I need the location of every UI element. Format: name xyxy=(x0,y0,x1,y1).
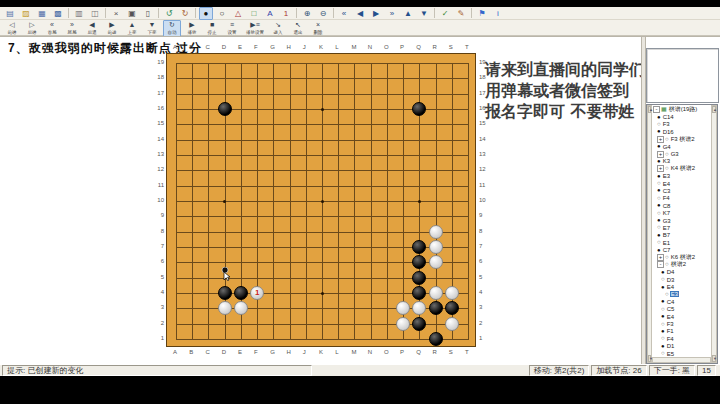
board-client-area: 7、敌强我弱的时候露出断点 过分 1AABBCCDDEEFFGGHHJJKKLL… xyxy=(0,36,720,364)
coord-number-right: 10 xyxy=(479,197,486,204)
open-file-icon[interactable]: ▨ xyxy=(19,7,33,20)
move-label: C5 xyxy=(666,306,676,312)
coord-number-right: 2 xyxy=(479,320,482,327)
black-move-icon: ● xyxy=(661,328,665,335)
move-label: D1 xyxy=(666,343,676,349)
white-stone-S2[interactable] xyxy=(445,317,459,331)
coord-letter-top: Q xyxy=(416,44,421,51)
black-move-icon: ● xyxy=(657,202,661,209)
coord-letter-bottom: D xyxy=(222,349,226,356)
move-label: G3 xyxy=(662,218,672,224)
black-move-icon: ● xyxy=(657,217,661,224)
app-screen: ▤▨▦▩▥◫×▣▯↺↻●○△□A1⊕⊖«◀▶»▲▼✓✎⚑i ◁前谱▷后谱«首局»… xyxy=(0,0,720,404)
star-point xyxy=(418,200,421,203)
black-move-icon: ● xyxy=(657,232,661,239)
next-game-button[interactable]: ▷后谱 xyxy=(23,20,41,37)
check-icon[interactable]: ✓ xyxy=(438,7,452,20)
black-move-icon: ● xyxy=(661,269,665,276)
move-tree-node[interactable]: ●C14 xyxy=(653,113,710,120)
toolbar-separator xyxy=(105,8,106,18)
white-stone-P3[interactable] xyxy=(396,301,410,315)
coord-letter-bottom: S xyxy=(449,349,453,356)
coord-letter-top: G xyxy=(270,44,275,51)
move-label: F4 xyxy=(662,195,671,201)
white-move-icon: ○ xyxy=(665,136,669,143)
coord-letter-top: D xyxy=(222,44,226,51)
white-stone-tool-icon[interactable]: ○ xyxy=(215,7,229,20)
next-game-button-icon: ▷ xyxy=(29,21,34,29)
move-tree-node-selected[interactable]: ○E3 xyxy=(653,291,710,298)
edit-icon[interactable]: ✎ xyxy=(454,7,468,20)
go-software-window: ▤▨▦▩▥◫×▣▯↺↻●○△□A1⊕⊖«◀▶»▲▼✓✎⚑i ◁前谱▷后谱«首局»… xyxy=(0,7,720,376)
coord-number-right: 6 xyxy=(479,258,482,265)
toolbar-separator xyxy=(158,8,159,18)
coord-number-right: 12 xyxy=(479,166,486,173)
black-move-icon: ● xyxy=(657,158,661,165)
move-tree-node[interactable]: ●D4 xyxy=(653,269,710,276)
coord-letter-bottom: T xyxy=(465,349,469,356)
play-button-label: 播放 xyxy=(188,29,197,34)
move-tree-node[interactable]: ●B7 xyxy=(653,232,710,239)
move-tree-node[interactable]: ○D3 xyxy=(653,276,710,283)
undo-icon[interactable]: ↺ xyxy=(162,7,176,20)
coord-number-left: 11 xyxy=(152,182,164,189)
black-move-icon: ● xyxy=(657,173,661,180)
coord-letter-bottom: B xyxy=(189,349,193,356)
step-forward-button-label: 前进 xyxy=(108,29,117,34)
step-back-button[interactable]: ◀后退 xyxy=(83,20,101,37)
move-label: 棋谱(19路) xyxy=(668,106,699,114)
black-stone-R1[interactable] xyxy=(429,332,443,346)
move-label: D4 xyxy=(666,269,676,275)
last-button-icon: » xyxy=(70,21,74,29)
move-tree-node[interactable]: ○F4 xyxy=(653,195,710,202)
move-tree-node[interactable]: -▦棋谱(19路) xyxy=(653,106,710,113)
coord-number-right: 11 xyxy=(479,182,485,189)
scroll-down-icon[interactable]: ▼ xyxy=(648,355,651,362)
black-stone-S3[interactable] xyxy=(445,301,459,315)
last-button[interactable]: »尾局 xyxy=(63,20,81,37)
coord-letter-bottom: M xyxy=(351,349,356,356)
coord-letter-bottom: K xyxy=(319,349,323,356)
down-variation-button[interactable]: ▼下变 xyxy=(143,20,161,37)
black-stone-Q7[interactable] xyxy=(412,240,426,254)
save-icon[interactable]: ▦ xyxy=(35,7,49,20)
status-field: 加载节点: 26 xyxy=(591,365,646,376)
move-tree-node[interactable]: ●C4 xyxy=(653,298,710,305)
coord-letter-bottom: F xyxy=(254,349,258,356)
collapse-icon[interactable]: - xyxy=(653,106,660,113)
collapse-icon[interactable]: - xyxy=(657,261,664,268)
grid-line xyxy=(371,63,372,339)
delete-button-icon: × xyxy=(316,21,320,29)
annotation-line: 用弹幕或者微信签到 xyxy=(485,80,645,101)
number-mark-icon[interactable]: 1 xyxy=(279,7,293,20)
grid-line xyxy=(403,63,404,339)
move-label: K7 xyxy=(662,210,671,216)
black-stone-R3[interactable] xyxy=(429,301,443,315)
move-tree-node[interactable]: ○F3 xyxy=(653,121,710,128)
move-label: B7 xyxy=(662,232,671,238)
coord-number-right: 14 xyxy=(479,136,486,143)
toolbar-separator xyxy=(68,8,69,18)
scroll-up-icon[interactable]: ▲ xyxy=(648,106,651,113)
coord-number-left: 18 xyxy=(152,74,164,81)
coord-letter-bottom: C xyxy=(205,349,209,356)
white-move-icon: ○ xyxy=(665,254,669,261)
white-move-icon: ○ xyxy=(665,165,669,172)
tree-vertical-scrollbar[interactable]: ▲ ▼ xyxy=(711,105,717,363)
coord-letter-top: C xyxy=(205,44,209,51)
toolbar-separator xyxy=(195,8,196,18)
coord-letter-top: F xyxy=(254,44,258,51)
game-record-icon: ▦ xyxy=(661,106,667,113)
move-tree-node[interactable]: +○F3 棋谱2 xyxy=(653,136,710,143)
print-preview-icon[interactable]: ◫ xyxy=(88,7,102,20)
stop-button-label: 停止 xyxy=(208,29,217,34)
coord-number-left: 17 xyxy=(152,90,164,97)
move-tree-node[interactable]: ●E3 xyxy=(653,173,710,180)
last-button-label: 尾局 xyxy=(68,29,77,34)
white-stone-E3[interactable] xyxy=(234,301,248,315)
toolbar-separator xyxy=(333,8,334,18)
enter-variation-button-label: 进入 xyxy=(274,29,283,34)
first-button-label: 首局 xyxy=(48,29,57,34)
black-move-icon: ● xyxy=(657,247,661,254)
white-move-icon: ○ xyxy=(665,261,669,268)
black-stone-Q2[interactable] xyxy=(412,317,426,331)
play-button-icon: ▶ xyxy=(189,21,194,29)
coord-letter-top: A xyxy=(173,44,177,51)
move-tree-node[interactable]: ○K7 xyxy=(653,209,710,216)
up-variation-button-label: 上变 xyxy=(128,29,137,34)
coord-number-right: 4 xyxy=(479,289,482,296)
black-stone-Q6[interactable] xyxy=(412,255,426,269)
coord-number-left: 2 xyxy=(152,320,164,327)
stop-button[interactable]: ■停止 xyxy=(203,20,221,37)
step-back-button-icon: ◀ xyxy=(89,21,94,29)
move-tree-node[interactable]: ○C5 xyxy=(653,306,710,313)
star-point xyxy=(321,108,324,111)
print-icon[interactable]: ▥ xyxy=(72,7,86,20)
black-stone-Q5[interactable] xyxy=(412,271,426,285)
move-label: E4 xyxy=(666,284,675,290)
move-label: E5 xyxy=(666,351,675,356)
black-move-icon: ● xyxy=(661,313,665,320)
toolbar-separator xyxy=(434,8,435,18)
white-move-icon: ○ xyxy=(661,306,665,313)
move-tree-node[interactable]: +○G3 xyxy=(653,150,710,157)
move-tree-node[interactable]: ○E7 xyxy=(653,224,710,231)
move-tree-panel: -▦棋谱(19路)●C14○F3●D16+○F3 棋谱2●G4+○G3●K3+○… xyxy=(646,104,718,364)
move-label: E3 xyxy=(670,291,679,297)
zoom-out-icon[interactable]: ⊖ xyxy=(316,7,330,20)
up-variation-button[interactable]: ▲上变 xyxy=(123,20,141,37)
coord-number-left: 4 xyxy=(152,289,164,296)
play-settings-button[interactable]: ▶≡播放设置 xyxy=(243,20,267,37)
down-variation-button-label: 下变 xyxy=(148,29,157,34)
flag-icon[interactable]: ⚑ xyxy=(475,7,489,20)
go-board[interactable]: 1 xyxy=(166,53,476,347)
last-move-icon[interactable]: » xyxy=(385,7,399,20)
black-stone-Q16[interactable] xyxy=(412,102,426,116)
black-stone-D4[interactable] xyxy=(218,286,232,300)
coord-letter-top: R xyxy=(433,44,437,51)
white-stone-R8[interactable] xyxy=(429,225,443,239)
move-tree-node[interactable]: ●E4 xyxy=(653,313,710,320)
bottom-letterbox xyxy=(0,376,720,404)
coord-number-right: 1 xyxy=(479,335,482,342)
exit-variation-button-icon: ↖ xyxy=(295,21,301,29)
status-field: 15 xyxy=(697,365,716,376)
move-label: F3 xyxy=(666,321,675,327)
comment-panel[interactable] xyxy=(646,48,719,103)
toolbar-separator xyxy=(296,8,297,18)
prev-game-button-label: 前谱 xyxy=(8,29,17,34)
black-stone-D16[interactable] xyxy=(218,102,232,116)
first-move-icon[interactable]: « xyxy=(337,7,351,20)
coord-number-left: 9 xyxy=(152,212,164,219)
grid-line xyxy=(338,63,339,339)
move-label: C3 xyxy=(662,188,672,194)
main-toolbar: ▤▨▦▩▥◫×▣▯↺↻●○△□A1⊕⊖«◀▶»▲▼✓✎⚑i xyxy=(0,7,720,20)
tree-left-scrollbar[interactable]: ▲ ▼ xyxy=(647,105,652,363)
move-tree-node[interactable]: ●G3 xyxy=(653,217,710,224)
new-file-icon[interactable]: ▤ xyxy=(3,7,17,20)
black-move-icon: ● xyxy=(657,187,661,194)
back-icon[interactable]: ◀ xyxy=(353,7,367,20)
mouse-cursor xyxy=(221,267,231,281)
triangle-mark-icon[interactable]: △ xyxy=(231,7,245,20)
black-move-icon: ● xyxy=(657,128,661,135)
move-tree-node[interactable]: ○E5 xyxy=(653,350,710,356)
letter-mark-icon[interactable]: A xyxy=(263,7,277,20)
save-all-icon[interactable]: ▩ xyxy=(51,7,65,20)
settings-button-icon: ≡ xyxy=(230,21,234,29)
coord-number-left: 1 xyxy=(152,335,164,342)
move-label: D3 xyxy=(666,277,676,283)
coord-letter-bottom: L xyxy=(335,349,338,356)
black-stone-Q4[interactable] xyxy=(412,286,426,300)
coord-letter-bottom: H xyxy=(287,349,291,356)
redo-icon[interactable]: ↻ xyxy=(178,7,192,20)
cut-icon[interactable]: × xyxy=(109,7,123,20)
copy-icon[interactable]: ▣ xyxy=(125,7,139,20)
black-stone-E4[interactable] xyxy=(234,286,248,300)
white-stone-Q3[interactable] xyxy=(412,301,426,315)
move-label: C4 xyxy=(666,299,676,305)
delete-button[interactable]: ×删除 xyxy=(309,20,327,37)
next-game-button-label: 后谱 xyxy=(28,29,37,34)
white-move-icon: ○ xyxy=(661,321,665,328)
move-label: E4 xyxy=(666,314,675,320)
white-stone-S4[interactable] xyxy=(445,286,459,300)
move-label: 棋谱2 xyxy=(670,260,687,269)
white-move-icon: ○ xyxy=(657,195,661,202)
coord-letter-top: L xyxy=(335,44,338,51)
scroll-up-icon[interactable]: ▲ xyxy=(712,106,716,113)
next-variation-icon[interactable]: ▼ xyxy=(417,7,431,20)
white-stone-F4[interactable]: 1 xyxy=(250,286,264,300)
move-tree-node[interactable]: ●C3 xyxy=(653,187,710,194)
move-label: E3 xyxy=(662,173,671,179)
move-label: C14 xyxy=(662,114,675,120)
top-letterbox xyxy=(0,0,720,7)
exit-variation-button-label: 退出 xyxy=(294,29,303,34)
grid-line xyxy=(176,339,469,340)
coord-number-left: 12 xyxy=(152,166,164,173)
delete-button-label: 删除 xyxy=(314,29,323,34)
coord-letter-top: B xyxy=(189,44,193,51)
coord-letter-top: E xyxy=(238,44,242,51)
coord-letter-top: K xyxy=(319,44,323,51)
zoom-in-icon[interactable]: ⊕ xyxy=(300,7,314,20)
toolbar-separator xyxy=(471,8,472,18)
coord-letter-top: N xyxy=(368,44,372,51)
white-move-icon: ○ xyxy=(665,151,669,158)
grid-line xyxy=(387,63,388,339)
move-tree-node[interactable]: -○棋谱2 xyxy=(653,261,710,268)
star-point xyxy=(223,200,226,203)
navigation-toolbar: ◁前谱▷后谱«首局»尾局◀后退▶前进▲上变▼下变↻自动▶播放■停止≡设置▶≡播放… xyxy=(0,20,720,36)
grid-line xyxy=(176,232,469,233)
enter-variation-button-icon: ↘ xyxy=(275,21,281,29)
move-label: F4 xyxy=(666,336,675,342)
coord-number-left: 19 xyxy=(152,59,164,66)
auto-play-button-label: 自动 xyxy=(168,29,177,34)
square-mark-icon[interactable]: □ xyxy=(247,7,261,20)
coord-letter-bottom: R xyxy=(433,349,437,356)
enter-variation-button[interactable]: ↘进入 xyxy=(269,20,287,37)
coord-letter-bottom: E xyxy=(238,349,242,356)
paste-icon[interactable]: ▯ xyxy=(141,7,155,20)
white-move-icon: ○ xyxy=(657,224,661,231)
move-tree-node[interactable]: +○K4 棋谱2 xyxy=(653,165,710,172)
prev-game-button-icon: ◁ xyxy=(9,21,14,29)
black-move-icon: ● xyxy=(661,284,665,291)
play-settings-button-label: 播放设置 xyxy=(246,29,264,34)
auto-play-button[interactable]: ↻自动 xyxy=(163,20,181,37)
move-label: F3 棋谱2 xyxy=(670,135,696,144)
coord-number-left: 5 xyxy=(152,274,164,281)
white-stone-R7[interactable] xyxy=(429,240,443,254)
status-bar: 提示: 已创建新的变化 移动: 第2(共2)加载节点: 26下一手: 黑15 xyxy=(0,364,720,376)
grid-line xyxy=(176,216,469,217)
move-tree-node[interactable]: ●C8 xyxy=(653,202,710,209)
step-back-button-label: 后退 xyxy=(88,29,97,34)
coord-number-left: 8 xyxy=(152,228,164,235)
move-tree-node[interactable]: ●G4 xyxy=(653,143,710,150)
step-forward-button-icon: ▶ xyxy=(109,21,114,29)
play-button[interactable]: ▶播放 xyxy=(183,20,201,37)
coord-letter-top: H xyxy=(287,44,291,51)
auto-play-button-icon: ↻ xyxy=(169,21,175,29)
move-tree-node[interactable]: ○F3 xyxy=(653,320,710,327)
move-tree-node[interactable]: ●E4 xyxy=(653,283,710,290)
move-tree-node[interactable]: ○E1 xyxy=(653,239,710,246)
up-variation-button-icon: ▲ xyxy=(129,21,136,29)
coord-letter-top: T xyxy=(465,44,469,51)
info-icon[interactable]: i xyxy=(491,7,505,20)
coord-number-left: 3 xyxy=(152,304,164,311)
down-variation-button-icon: ▼ xyxy=(149,21,156,29)
coord-number-right: 13 xyxy=(479,151,486,158)
black-stone-tool-icon[interactable]: ● xyxy=(199,7,213,20)
move-label: F1 xyxy=(666,328,675,334)
white-move-icon: ○ xyxy=(657,121,661,128)
coord-letter-top: P xyxy=(400,44,404,51)
tree-horizontal-scrollbar[interactable] xyxy=(652,357,711,363)
white-stone-R4[interactable] xyxy=(429,286,443,300)
white-move-icon: ○ xyxy=(657,180,661,187)
move-label: E4 xyxy=(662,181,671,187)
move-label: G4 xyxy=(662,144,672,150)
step-forward-button[interactable]: ▶前进 xyxy=(103,20,121,37)
white-move-icon: ○ xyxy=(661,350,665,356)
white-move-icon: ○ xyxy=(657,239,661,246)
scroll-down-icon[interactable]: ▼ xyxy=(712,355,716,362)
move-tree-node[interactable]: ○E4 xyxy=(653,180,710,187)
annotation-line: 请来到直播间的同学们 xyxy=(485,59,645,80)
settings-button[interactable]: ≡设置 xyxy=(223,20,241,37)
move-tree-node[interactable]: ●D1 xyxy=(653,343,710,350)
move-number-label: 1 xyxy=(255,289,259,297)
white-move-icon: ○ xyxy=(661,335,665,342)
expand-icon[interactable]: + xyxy=(657,165,664,172)
play-settings-button-icon: ▶≡ xyxy=(250,21,259,29)
white-stone-R6[interactable] xyxy=(429,255,443,269)
white-stone-P2[interactable] xyxy=(396,317,410,331)
prev-game-button[interactable]: ◁前谱 xyxy=(3,20,21,37)
coord-number-left: 14 xyxy=(152,136,164,143)
coord-letter-bottom: P xyxy=(400,349,404,356)
move-label: F3 xyxy=(662,121,671,127)
star-point xyxy=(321,292,324,295)
black-move-icon: ● xyxy=(661,298,665,305)
exit-variation-button[interactable]: ↖退出 xyxy=(289,20,307,37)
annotation-line: 报名字即可 不要带姓 xyxy=(485,101,645,122)
move-tree-node[interactable]: ○F4 xyxy=(653,335,710,342)
coord-number-right: 5 xyxy=(479,274,482,281)
move-label: E1 xyxy=(662,240,671,246)
expand-icon[interactable]: + xyxy=(657,136,664,143)
forward-icon[interactable]: ▶ xyxy=(369,7,383,20)
status-hint: 提示: 已创建新的变化 xyxy=(2,365,312,376)
coord-letter-top: J xyxy=(303,44,306,51)
expand-icon[interactable]: + xyxy=(657,254,664,261)
move-label: C8 xyxy=(662,203,672,209)
first-button[interactable]: «首局 xyxy=(43,20,61,37)
move-label: G3 xyxy=(670,151,680,157)
black-move-icon: ● xyxy=(657,143,661,150)
prev-variation-icon[interactable]: ▲ xyxy=(401,7,415,20)
white-move-icon: ○ xyxy=(657,210,661,217)
move-tree-node[interactable]: ●F1 xyxy=(653,328,710,335)
move-label: E7 xyxy=(662,225,671,231)
coord-number-left: 10 xyxy=(152,197,164,204)
white-stone-D3[interactable] xyxy=(218,301,232,315)
live-stream-annotation: 请来到直播间的同学们 用弹幕或者微信签到 报名字即可 不要带姓 xyxy=(485,59,645,122)
expand-icon[interactable]: + xyxy=(657,151,664,158)
coord-number-left: 16 xyxy=(152,105,164,112)
star-point xyxy=(321,200,324,203)
coord-number-right: 9 xyxy=(479,212,482,219)
coord-letter-top: M xyxy=(351,44,356,51)
coord-letter-top: S xyxy=(449,44,453,51)
status-field: 移动: 第2(共2) xyxy=(529,365,590,376)
settings-button-label: 设置 xyxy=(228,29,237,34)
first-button-icon: « xyxy=(50,21,54,29)
